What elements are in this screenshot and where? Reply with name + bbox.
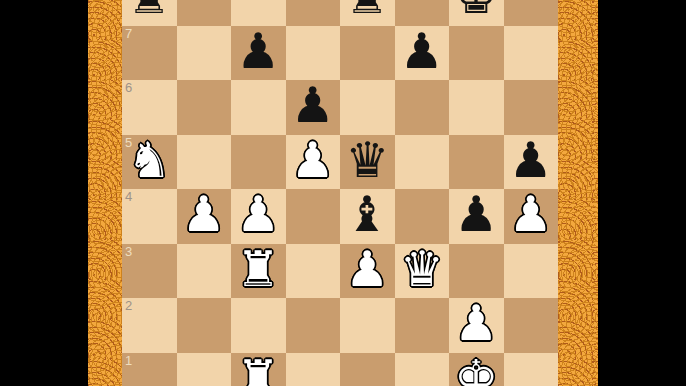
square-h8[interactable] — [504, 0, 559, 26]
piece-white-knight[interactable]: ♞ — [127, 134, 171, 189]
square-b4[interactable]: ♟ — [177, 189, 232, 244]
square-d4[interactable] — [286, 189, 341, 244]
square-f5[interactable] — [395, 135, 450, 190]
square-d7[interactable] — [286, 26, 341, 81]
piece-white-pawn[interactable]: ♟ — [345, 243, 389, 298]
piece-black-pawn[interactable]: ♟ — [509, 134, 553, 189]
square-d1[interactable] — [286, 353, 341, 386]
piece-white-pawn[interactable]: ♟ — [182, 188, 226, 243]
square-h3[interactable] — [504, 244, 559, 299]
square-b5[interactable] — [177, 135, 232, 190]
square-a2[interactable]: 2 — [122, 298, 177, 353]
square-f6[interactable] — [395, 80, 450, 135]
piece-black-bishop[interactable]: ♝ — [345, 188, 389, 243]
square-g6[interactable] — [449, 80, 504, 135]
square-h1[interactable] — [504, 353, 559, 386]
rank-label-4: 4 — [125, 190, 132, 204]
square-c1[interactable]: ♜ — [231, 353, 286, 386]
square-b3[interactable] — [177, 244, 232, 299]
piece-white-rook[interactable]: ♜ — [236, 352, 280, 386]
square-g2[interactable]: ♟ — [449, 298, 504, 353]
square-g5[interactable] — [449, 135, 504, 190]
square-d6[interactable]: ♟ — [286, 80, 341, 135]
piece-white-rook[interactable]: ♜ — [236, 243, 280, 298]
square-c7[interactable]: ♟ — [231, 26, 286, 81]
square-e6[interactable] — [340, 80, 395, 135]
square-b1[interactable] — [177, 353, 232, 386]
piece-white-pawn[interactable]: ♟ — [236, 188, 280, 243]
square-h2[interactable] — [504, 298, 559, 353]
square-d3[interactable] — [286, 244, 341, 299]
square-b7[interactable] — [177, 26, 232, 81]
square-e5[interactable]: ♛ — [340, 135, 395, 190]
square-f2[interactable] — [395, 298, 450, 353]
rank-label-3: 3 — [125, 245, 132, 259]
square-a6[interactable]: 6 — [122, 80, 177, 135]
rank-label-7: 7 — [125, 27, 132, 41]
rank-label-2: 2 — [125, 299, 132, 313]
square-c6[interactable] — [231, 80, 286, 135]
square-e1[interactable] — [340, 353, 395, 386]
piece-black-rook[interactable]: ♜ — [345, 0, 389, 25]
square-g3[interactable] — [449, 244, 504, 299]
square-d5[interactable]: ♟ — [286, 135, 341, 190]
square-a7[interactable]: 7 — [122, 26, 177, 81]
square-h4[interactable]: ♟ — [504, 189, 559, 244]
square-c4[interactable]: ♟ — [231, 189, 286, 244]
piece-white-king[interactable]: ♚ — [454, 352, 498, 386]
rank-label-6: 6 — [125, 81, 132, 95]
square-g1[interactable]: ♚ — [449, 353, 504, 386]
square-e4[interactable]: ♝ — [340, 189, 395, 244]
square-e7[interactable] — [340, 26, 395, 81]
square-h5[interactable]: ♟ — [504, 135, 559, 190]
square-g4[interactable]: ♟ — [449, 189, 504, 244]
square-f1[interactable] — [395, 353, 450, 386]
right-spiral-pattern-strip — [558, 0, 598, 386]
square-g7[interactable] — [449, 26, 504, 81]
square-a4[interactable]: 4 — [122, 189, 177, 244]
square-f3[interactable]: ♛ — [395, 244, 450, 299]
rank-label-1: 1 — [125, 354, 132, 368]
square-h7[interactable] — [504, 26, 559, 81]
piece-white-queen[interactable]: ♛ — [400, 243, 444, 298]
square-f4[interactable] — [395, 189, 450, 244]
square-b8[interactable] — [177, 0, 232, 26]
square-c5[interactable] — [231, 135, 286, 190]
chess-board: ♜♜♚7♟♟6♟5♞♟♛♟4♟♟♝♟♟3♜♟♛2♟1♜♚ — [122, 0, 558, 386]
piece-black-king[interactable]: ♚ — [454, 0, 498, 25]
square-e8[interactable]: ♜ — [340, 0, 395, 26]
square-h6[interactable] — [504, 80, 559, 135]
piece-black-rook[interactable]: ♜ — [127, 0, 171, 25]
square-b6[interactable] — [177, 80, 232, 135]
piece-white-pawn[interactable]: ♟ — [291, 134, 335, 189]
square-a5[interactable]: 5♞ — [122, 135, 177, 190]
piece-black-pawn[interactable]: ♟ — [454, 188, 498, 243]
square-d8[interactable] — [286, 0, 341, 26]
square-b2[interactable] — [177, 298, 232, 353]
square-a3[interactable]: 3 — [122, 244, 177, 299]
piece-black-pawn[interactable]: ♟ — [291, 79, 335, 134]
piece-black-queen[interactable]: ♛ — [345, 134, 389, 189]
piece-white-pawn[interactable]: ♟ — [509, 188, 553, 243]
piece-black-pawn[interactable]: ♟ — [236, 25, 280, 80]
square-a8[interactable]: ♜ — [122, 0, 177, 26]
square-c2[interactable] — [231, 298, 286, 353]
square-d2[interactable] — [286, 298, 341, 353]
piece-white-pawn[interactable]: ♟ — [454, 297, 498, 352]
square-a1[interactable]: 1 — [122, 353, 177, 386]
square-e2[interactable] — [340, 298, 395, 353]
video-frame: ♜♜♚7♟♟6♟5♞♟♛♟4♟♟♝♟♟3♜♟♛2♟1♜♚ — [0, 0, 686, 386]
piece-black-pawn[interactable]: ♟ — [400, 25, 444, 80]
square-c3[interactable]: ♜ — [231, 244, 286, 299]
square-e3[interactable]: ♟ — [340, 244, 395, 299]
square-g8[interactable]: ♚ — [449, 0, 504, 26]
left-spiral-pattern-strip — [88, 0, 122, 386]
square-f7[interactable]: ♟ — [395, 26, 450, 81]
